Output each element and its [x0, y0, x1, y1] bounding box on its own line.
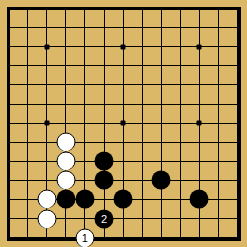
board-cell[interactable]: [18, 171, 37, 190]
white-stone[interactable]: ○: [56, 171, 75, 190]
board-cell[interactable]: [133, 228, 152, 247]
star-point: [44, 121, 49, 126]
board-cell[interactable]: ●: [56, 190, 75, 209]
board-cell[interactable]: ○1: [75, 228, 94, 247]
board-cell[interactable]: [18, 228, 37, 247]
board-cell[interactable]: [133, 0, 152, 18]
board-cell[interactable]: [37, 94, 56, 113]
board-cell[interactable]: [190, 228, 209, 247]
board-cell[interactable]: [209, 190, 228, 209]
board-cell[interactable]: [190, 152, 209, 171]
board-cell[interactable]: [228, 209, 247, 228]
board-cell[interactable]: [114, 75, 133, 94]
black-stone-glyph: ●: [192, 190, 208, 209]
board-cell[interactable]: [209, 133, 228, 152]
board-cell[interactable]: [94, 37, 113, 56]
board-cell[interactable]: [114, 209, 133, 228]
board-cell[interactable]: [37, 114, 56, 133]
board-cell[interactable]: [94, 133, 113, 152]
board-cell[interactable]: [37, 0, 56, 18]
board-cell[interactable]: [0, 94, 18, 113]
board-cell[interactable]: [133, 152, 152, 171]
board-cell[interactable]: [0, 152, 18, 171]
black-stone[interactable]: ●: [190, 190, 209, 209]
board-cell[interactable]: [94, 114, 113, 133]
board-cell[interactable]: [228, 190, 247, 209]
black-stone[interactable]: ●: [75, 190, 94, 209]
board-cell[interactable]: [171, 18, 190, 37]
black-stone[interactable]: ●: [95, 171, 114, 190]
board-cell[interactable]: [152, 0, 171, 18]
board-cell[interactable]: [75, 171, 94, 190]
board-cell[interactable]: [94, 0, 113, 18]
board-cell[interactable]: [56, 228, 75, 247]
black-stone[interactable]: ●: [56, 190, 75, 209]
board-cell[interactable]: [171, 56, 190, 75]
board-cell[interactable]: [56, 114, 75, 133]
board-cell[interactable]: [152, 114, 171, 133]
board-cell[interactable]: [171, 209, 190, 228]
star-point: [44, 44, 49, 49]
board-cell[interactable]: [18, 75, 37, 94]
board-cell[interactable]: [171, 228, 190, 247]
board-cell[interactable]: ●2: [94, 209, 113, 228]
board-cell[interactable]: [209, 94, 228, 113]
board-cell[interactable]: [171, 114, 190, 133]
board-cell[interactable]: [228, 94, 247, 113]
white-stone[interactable]: ○: [56, 152, 75, 171]
board-cell[interactable]: [209, 18, 228, 37]
board-cell[interactable]: [114, 37, 133, 56]
board-cell[interactable]: [75, 56, 94, 75]
board-cell[interactable]: ○: [56, 171, 75, 190]
board-cell[interactable]: [190, 0, 209, 18]
board-cell[interactable]: [75, 209, 94, 228]
board-cell[interactable]: [152, 18, 171, 37]
board-cell[interactable]: [171, 75, 190, 94]
board-cell[interactable]: [171, 0, 190, 18]
move-number-label: 2: [95, 209, 114, 228]
board-cell[interactable]: [114, 228, 133, 247]
board-cell[interactable]: [209, 75, 228, 94]
star-point: [197, 44, 202, 49]
board-cell[interactable]: [75, 114, 94, 133]
black-stone[interactable]: ●: [152, 171, 171, 190]
board-cell[interactable]: [228, 0, 247, 18]
board-cell[interactable]: [228, 18, 247, 37]
board-cell[interactable]: [75, 152, 94, 171]
board-cell[interactable]: ●: [114, 190, 133, 209]
board-cell[interactable]: [37, 18, 56, 37]
board-cell[interactable]: [0, 56, 18, 75]
board-cell[interactable]: [152, 37, 171, 56]
black-stone-glyph: ●: [96, 152, 112, 171]
board-cell[interactable]: [37, 171, 56, 190]
board-cell[interactable]: [94, 75, 113, 94]
board-cell[interactable]: [190, 37, 209, 56]
board-cell[interactable]: [228, 152, 247, 171]
board-cell[interactable]: [75, 75, 94, 94]
board-cell[interactable]: [209, 152, 228, 171]
board-cell[interactable]: [209, 56, 228, 75]
board-cell[interactable]: [37, 56, 56, 75]
board-cell[interactable]: [133, 94, 152, 113]
board-cell[interactable]: [228, 114, 247, 133]
board-cell[interactable]: [0, 75, 18, 94]
board-cell[interactable]: [133, 190, 152, 209]
board-cell[interactable]: [133, 171, 152, 190]
board-cell[interactable]: [190, 94, 209, 113]
board-cell[interactable]: [56, 37, 75, 56]
board-cell[interactable]: [0, 0, 18, 18]
black-stone-glyph: ●: [115, 190, 131, 209]
board-cell[interactable]: [0, 171, 18, 190]
board-cell[interactable]: [18, 133, 37, 152]
board-cell[interactable]: ●: [94, 171, 113, 190]
board-cell[interactable]: [56, 56, 75, 75]
black-stone-glyph: ●: [96, 171, 112, 190]
board-cell[interactable]: [37, 228, 56, 247]
board-cell[interactable]: [18, 37, 37, 56]
board-cell[interactable]: ○: [56, 152, 75, 171]
board-cell[interactable]: [114, 171, 133, 190]
white-stone[interactable]: ○1: [75, 228, 94, 247]
black-stone[interactable]: ●2: [95, 209, 114, 228]
board-cell[interactable]: [209, 228, 228, 247]
board-cell[interactable]: [133, 56, 152, 75]
board-cell[interactable]: [0, 18, 18, 37]
board-cell[interactable]: [228, 75, 247, 94]
board-cell[interactable]: [228, 228, 247, 247]
board-cell[interactable]: [56, 75, 75, 94]
board-cell[interactable]: ●: [94, 152, 113, 171]
board-cell[interactable]: [133, 37, 152, 56]
board-cell[interactable]: [209, 37, 228, 56]
board-cell[interactable]: [228, 56, 247, 75]
move-number-label: 1: [76, 229, 93, 246]
board-cell[interactable]: [75, 0, 94, 18]
go-diagram: ○○●○●●○●●●●○●2○1: [0, 0, 247, 247]
board-cell[interactable]: [56, 0, 75, 18]
board-cell[interactable]: [114, 114, 133, 133]
board-cell[interactable]: [209, 209, 228, 228]
board-cell[interactable]: [0, 209, 18, 228]
board-cell[interactable]: [152, 190, 171, 209]
white-stone-glyph: ○: [39, 190, 55, 209]
board-cell[interactable]: [152, 152, 171, 171]
board-cell[interactable]: [94, 56, 113, 75]
board-cell[interactable]: [56, 209, 75, 228]
board-cell[interactable]: [18, 94, 37, 113]
white-stone[interactable]: ○: [56, 133, 75, 152]
board-cell[interactable]: [75, 37, 94, 56]
black-stone-glyph: ●: [153, 171, 169, 190]
board-cell[interactable]: [75, 18, 94, 37]
white-stone-glyph: ○: [58, 133, 74, 152]
board-cell[interactable]: [228, 37, 247, 56]
board-cell[interactable]: [152, 75, 171, 94]
board-cell[interactable]: [190, 75, 209, 94]
board-cell[interactable]: [94, 228, 113, 247]
board-cell[interactable]: [114, 18, 133, 37]
board-cell[interactable]: ●: [152, 171, 171, 190]
board-cell[interactable]: [209, 171, 228, 190]
board-cell[interactable]: [114, 0, 133, 18]
white-stone-glyph: ○: [58, 152, 74, 171]
board-cell[interactable]: [152, 209, 171, 228]
board-cell[interactable]: [171, 94, 190, 113]
board-cell[interactable]: [94, 18, 113, 37]
board-cell[interactable]: [152, 133, 171, 152]
board-cell[interactable]: [171, 190, 190, 209]
board-cell[interactable]: [133, 18, 152, 37]
board-cell[interactable]: [18, 152, 37, 171]
board-cell[interactable]: [94, 190, 113, 209]
board-cell[interactable]: [228, 133, 247, 152]
board-cell[interactable]: [0, 37, 18, 56]
board-cell[interactable]: [75, 94, 94, 113]
board-cell[interactable]: [18, 56, 37, 75]
board-cell[interactable]: [152, 228, 171, 247]
board-cell[interactable]: ●: [190, 190, 209, 209]
board-cell[interactable]: [190, 114, 209, 133]
board-cell[interactable]: [37, 133, 56, 152]
board-cell[interactable]: [18, 0, 37, 18]
white-stone[interactable]: ○: [37, 209, 56, 228]
black-stone-glyph: ●: [58, 190, 74, 209]
star-point: [197, 121, 202, 126]
board-cell[interactable]: [37, 37, 56, 56]
board-cell[interactable]: [114, 133, 133, 152]
black-stone[interactable]: ●: [114, 190, 133, 209]
white-stone[interactable]: ○: [37, 190, 56, 209]
go-board-grid: ○○●○●●○●●●●○●2○1: [0, 0, 247, 247]
board-cell[interactable]: [18, 190, 37, 209]
board-cell[interactable]: [171, 133, 190, 152]
white-stone-glyph: ○: [58, 171, 74, 190]
board-cell[interactable]: [56, 18, 75, 37]
board-cell[interactable]: [0, 114, 18, 133]
board-cell[interactable]: [0, 190, 18, 209]
board-cell[interactable]: ○: [56, 133, 75, 152]
board-cell[interactable]: ○: [37, 209, 56, 228]
board-cell[interactable]: [114, 152, 133, 171]
board-cell[interactable]: [190, 209, 209, 228]
board-cell[interactable]: [133, 114, 152, 133]
board-cell[interactable]: [171, 152, 190, 171]
board-cell[interactable]: [0, 228, 18, 247]
board-cell[interactable]: [228, 171, 247, 190]
board-cell[interactable]: [152, 94, 171, 113]
board-cell[interactable]: [75, 133, 94, 152]
star-point: [121, 44, 126, 49]
board-cell[interactable]: [209, 114, 228, 133]
board-cell[interactable]: [190, 18, 209, 37]
board-cell[interactable]: [133, 133, 152, 152]
board-cell[interactable]: ○: [37, 190, 56, 209]
board-cell[interactable]: [18, 18, 37, 37]
board-cell[interactable]: [18, 209, 37, 228]
board-cell[interactable]: [56, 94, 75, 113]
board-cell[interactable]: ●: [75, 190, 94, 209]
board-cell[interactable]: [37, 75, 56, 94]
board-cell[interactable]: [0, 133, 18, 152]
board-cell[interactable]: [190, 171, 209, 190]
board-cell[interactable]: [18, 114, 37, 133]
board-cell[interactable]: [171, 37, 190, 56]
white-stone-glyph: ○: [39, 209, 55, 228]
board-cell[interactable]: [114, 56, 133, 75]
board-cell[interactable]: [133, 209, 152, 228]
board-cell[interactable]: [190, 56, 209, 75]
board-cell[interactable]: [209, 0, 228, 18]
black-stone-glyph: ●: [77, 190, 93, 209]
board-cell[interactable]: [94, 94, 113, 113]
board-cell[interactable]: [152, 56, 171, 75]
board-cell[interactable]: [37, 152, 56, 171]
board-cell[interactable]: [133, 75, 152, 94]
board-cell[interactable]: [171, 171, 190, 190]
black-stone[interactable]: ●: [95, 152, 114, 171]
star-point: [121, 121, 126, 126]
board-cell[interactable]: [114, 94, 133, 113]
board-cell[interactable]: [190, 133, 209, 152]
